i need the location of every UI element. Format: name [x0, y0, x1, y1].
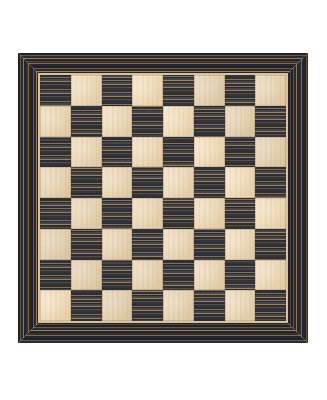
square-f7 [194, 106, 225, 137]
square-d8 [132, 75, 163, 106]
square-h6 [255, 137, 286, 168]
square-b8 [71, 75, 102, 106]
square-a4 [40, 198, 71, 229]
square-e8 [163, 75, 194, 106]
board-frame-top [18, 53, 308, 75]
square-h3 [255, 229, 286, 260]
square-c1 [102, 290, 133, 321]
square-a5 [40, 167, 71, 198]
board-frame-right [286, 53, 308, 343]
square-d3 [132, 229, 163, 260]
square-f2 [194, 260, 225, 291]
square-b1 [71, 290, 102, 321]
square-h4 [255, 198, 286, 229]
square-d1 [132, 290, 163, 321]
square-h8 [255, 75, 286, 106]
square-d5 [132, 167, 163, 198]
board-frame-bottom [18, 321, 308, 343]
square-f3 [194, 229, 225, 260]
square-d6 [132, 137, 163, 168]
square-b5 [71, 167, 102, 198]
board-frame-left [18, 53, 40, 343]
square-a2 [40, 260, 71, 291]
square-a1 [40, 290, 71, 321]
square-f4 [194, 198, 225, 229]
square-c2 [102, 260, 133, 291]
square-g5 [225, 167, 256, 198]
playing-area [40, 75, 286, 321]
square-c6 [102, 137, 133, 168]
square-g2 [225, 260, 256, 291]
square-e3 [163, 229, 194, 260]
square-f8 [194, 75, 225, 106]
square-d7 [132, 106, 163, 137]
square-d4 [132, 198, 163, 229]
square-g6 [225, 137, 256, 168]
square-b4 [71, 198, 102, 229]
square-e6 [163, 137, 194, 168]
square-g7 [225, 106, 256, 137]
square-h2 [255, 260, 286, 291]
square-f1 [194, 290, 225, 321]
square-h1 [255, 290, 286, 321]
square-g4 [225, 198, 256, 229]
square-c5 [102, 167, 133, 198]
square-a7 [40, 106, 71, 137]
square-b6 [71, 137, 102, 168]
square-g1 [225, 290, 256, 321]
square-b7 [71, 106, 102, 137]
square-f5 [194, 167, 225, 198]
square-c4 [102, 198, 133, 229]
square-e4 [163, 198, 194, 229]
chess-board [18, 53, 308, 343]
square-c3 [102, 229, 133, 260]
square-a8 [40, 75, 71, 106]
square-e5 [163, 167, 194, 198]
square-h5 [255, 167, 286, 198]
square-g3 [225, 229, 256, 260]
square-c7 [102, 106, 133, 137]
square-c8 [102, 75, 133, 106]
square-a3 [40, 229, 71, 260]
square-d2 [132, 260, 163, 291]
square-b2 [71, 260, 102, 291]
square-g8 [225, 75, 256, 106]
square-e1 [163, 290, 194, 321]
product-photo [0, 0, 327, 400]
square-e7 [163, 106, 194, 137]
square-f6 [194, 137, 225, 168]
square-h7 [255, 106, 286, 137]
square-b3 [71, 229, 102, 260]
square-a6 [40, 137, 71, 168]
square-e2 [163, 260, 194, 291]
